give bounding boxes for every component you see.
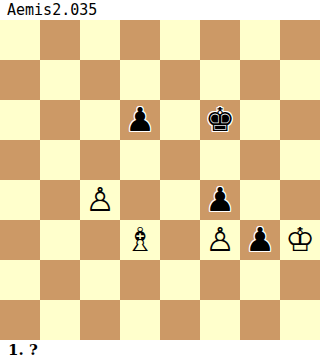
square-c2[interactable]: [80, 260, 120, 300]
chess-board: ♟♚♙♟♗♙♟♔: [0, 20, 320, 340]
square-h5[interactable]: [280, 140, 320, 180]
square-e2[interactable]: [160, 260, 200, 300]
square-b7[interactable]: [40, 60, 80, 100]
square-d3[interactable]: ♗: [120, 220, 160, 260]
black-pawn-piece: ♟: [205, 180, 235, 220]
square-c7[interactable]: [80, 60, 120, 100]
square-h6[interactable]: [280, 100, 320, 140]
move-prompt: 1. ?: [0, 340, 320, 360]
square-a7[interactable]: [0, 60, 40, 100]
white-king-piece: ♔: [285, 220, 315, 260]
square-c6[interactable]: [80, 100, 120, 140]
square-e8[interactable]: [160, 20, 200, 60]
square-b8[interactable]: [40, 20, 80, 60]
square-e1[interactable]: [160, 300, 200, 340]
square-g8[interactable]: [240, 20, 280, 60]
square-h7[interactable]: [280, 60, 320, 100]
square-a4[interactable]: [0, 180, 40, 220]
square-f7[interactable]: [200, 60, 240, 100]
square-d7[interactable]: [120, 60, 160, 100]
black-pawn-piece: ♟: [125, 100, 155, 140]
square-g5[interactable]: [240, 140, 280, 180]
square-h3[interactable]: ♔: [280, 220, 320, 260]
square-g3[interactable]: ♟: [240, 220, 280, 260]
square-e3[interactable]: [160, 220, 200, 260]
square-b1[interactable]: [40, 300, 80, 340]
square-g7[interactable]: [240, 60, 280, 100]
square-f1[interactable]: [200, 300, 240, 340]
square-b2[interactable]: [40, 260, 80, 300]
square-f3[interactable]: ♙: [200, 220, 240, 260]
square-e5[interactable]: [160, 140, 200, 180]
square-c4[interactable]: ♙: [80, 180, 120, 220]
white-bishop-piece: ♗: [125, 220, 155, 260]
square-a3[interactable]: [0, 220, 40, 260]
square-a2[interactable]: [0, 260, 40, 300]
square-g1[interactable]: [240, 300, 280, 340]
square-a1[interactable]: [0, 300, 40, 340]
diagram-title: Aemis2.035: [0, 0, 320, 20]
square-h2[interactable]: [280, 260, 320, 300]
square-b6[interactable]: [40, 100, 80, 140]
chess-diagram: Aemis2.035 ♟♚♙♟♗♙♟♔ 1. ?: [0, 0, 320, 360]
white-pawn-piece: ♙: [85, 180, 115, 220]
square-b4[interactable]: [40, 180, 80, 220]
square-f2[interactable]: [200, 260, 240, 300]
square-c8[interactable]: [80, 20, 120, 60]
square-g2[interactable]: [240, 260, 280, 300]
square-f4[interactable]: ♟: [200, 180, 240, 220]
square-a6[interactable]: [0, 100, 40, 140]
square-h1[interactable]: [280, 300, 320, 340]
black-king-piece: ♚: [205, 100, 235, 140]
square-d4[interactable]: [120, 180, 160, 220]
square-d8[interactable]: [120, 20, 160, 60]
square-c1[interactable]: [80, 300, 120, 340]
square-c5[interactable]: [80, 140, 120, 180]
square-h8[interactable]: [280, 20, 320, 60]
square-e4[interactable]: [160, 180, 200, 220]
square-d1[interactable]: [120, 300, 160, 340]
square-f6[interactable]: ♚: [200, 100, 240, 140]
square-a5[interactable]: [0, 140, 40, 180]
square-f8[interactable]: [200, 20, 240, 60]
black-pawn-piece: ♟: [245, 220, 275, 260]
square-c3[interactable]: [80, 220, 120, 260]
square-h4[interactable]: [280, 180, 320, 220]
square-e6[interactable]: [160, 100, 200, 140]
square-g6[interactable]: [240, 100, 280, 140]
square-b3[interactable]: [40, 220, 80, 260]
square-b5[interactable]: [40, 140, 80, 180]
square-e7[interactable]: [160, 60, 200, 100]
square-g4[interactable]: [240, 180, 280, 220]
square-d5[interactable]: [120, 140, 160, 180]
square-a8[interactable]: [0, 20, 40, 60]
white-pawn-piece: ♙: [205, 220, 235, 260]
square-f5[interactable]: [200, 140, 240, 180]
square-d2[interactable]: [120, 260, 160, 300]
square-d6[interactable]: ♟: [120, 100, 160, 140]
